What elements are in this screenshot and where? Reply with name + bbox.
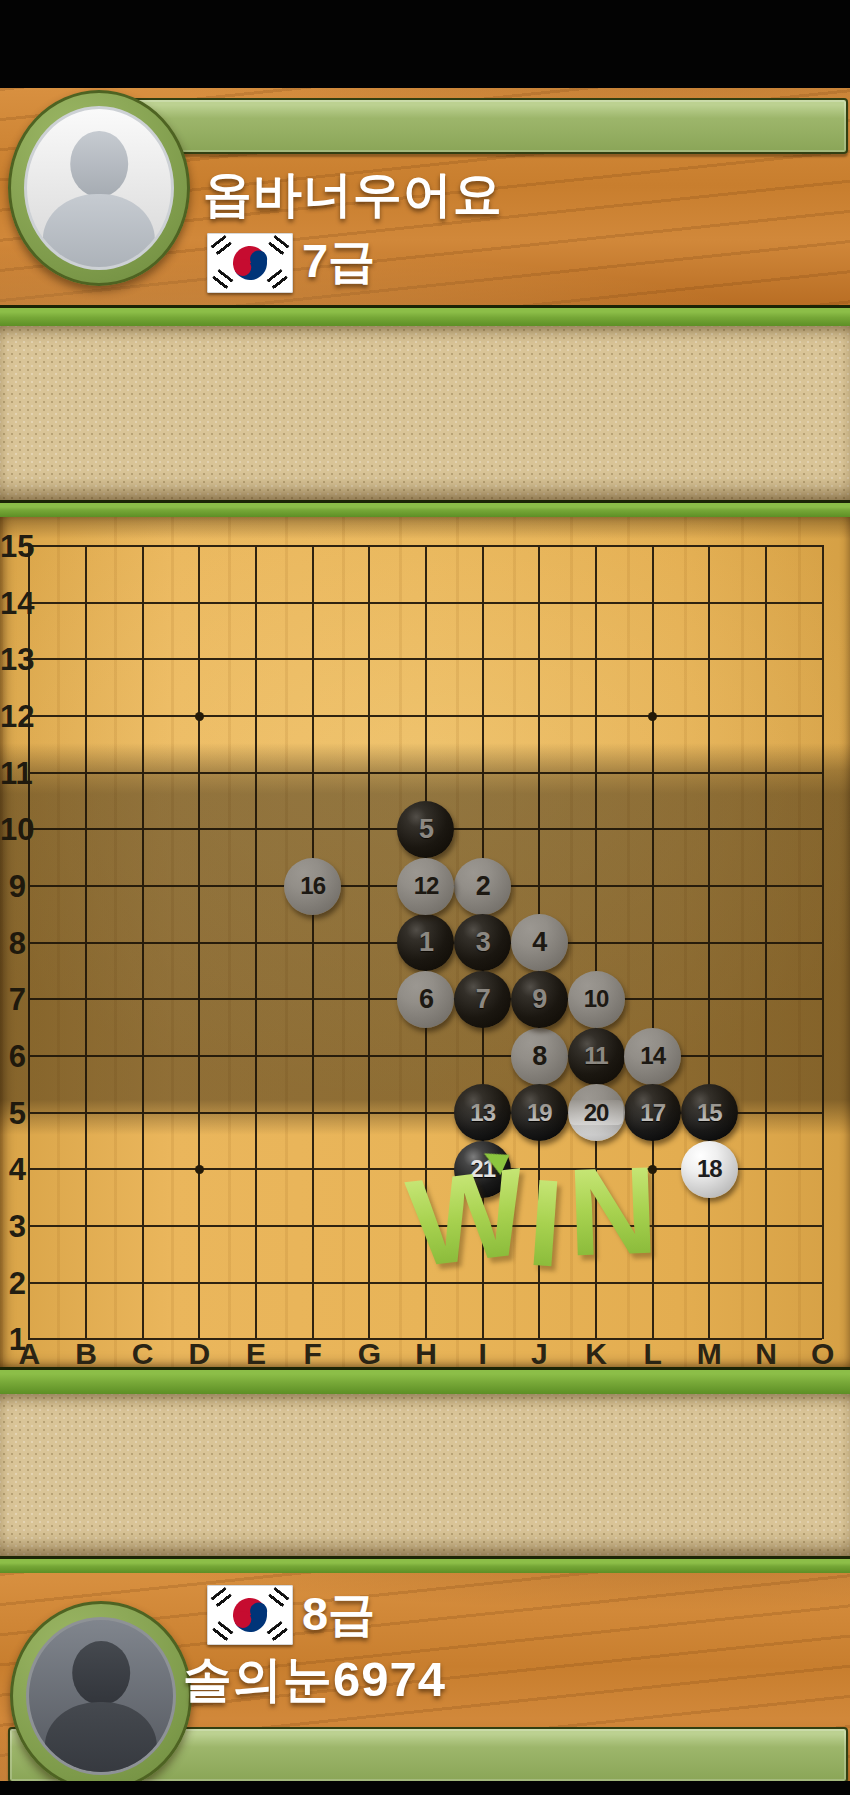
row-label: 3	[0, 1211, 26, 1242]
player-name: 솔의눈6974	[183, 1647, 446, 1713]
trigram-icon	[211, 1587, 234, 1609]
person-silhouette-icon	[72, 1641, 130, 1705]
win-banner: WIN	[408, 1149, 661, 1273]
green-divider	[0, 305, 850, 326]
column-label: L	[638, 1339, 668, 1369]
column-label: B	[71, 1339, 101, 1369]
stone-7-black-I7: 7	[454, 971, 511, 1028]
board-grid-line	[822, 545, 824, 1339]
south-korea-flag-icon	[207, 233, 293, 293]
star-point	[195, 1165, 204, 1174]
trigram-icon	[211, 1621, 234, 1643]
opponent-avatar[interactable]	[8, 90, 190, 286]
column-label: D	[184, 1339, 214, 1369]
board-grid-line	[28, 1055, 822, 1057]
row-label: 10	[0, 814, 26, 845]
stone-10-white-K7: 10	[568, 971, 625, 1028]
board-grid-line	[765, 545, 767, 1339]
opponent-rank: 7급	[302, 230, 375, 293]
board-grid-line	[708, 545, 710, 1339]
column-label: E	[241, 1339, 271, 1369]
board-grid-line	[28, 1338, 822, 1340]
top-black-bar	[0, 0, 850, 88]
row-label: 14	[0, 588, 26, 619]
stone-18-white-M4: 18	[681, 1141, 738, 1198]
trigram-icon	[267, 235, 290, 257]
win-letter: N	[565, 1147, 663, 1274]
stone-8-white-J6: 8	[511, 1028, 568, 1085]
fabric-background	[0, 1394, 850, 1556]
avatar-placeholder-image	[26, 1617, 176, 1775]
star-point	[648, 712, 657, 721]
win-letter: I	[524, 1160, 571, 1286]
south-korea-flag-icon	[207, 1585, 293, 1645]
row-label: 12	[0, 701, 26, 732]
column-label: G	[354, 1339, 384, 1369]
column-label: J	[524, 1339, 554, 1369]
opponent-banner	[96, 98, 848, 154]
trigram-icon	[267, 1621, 290, 1643]
column-label: M	[694, 1339, 724, 1369]
row-label: 2	[0, 1268, 26, 1299]
stone-3-black-I8: 3	[454, 914, 511, 971]
column-label: N	[751, 1339, 781, 1369]
column-label: O	[808, 1339, 838, 1369]
row-label: 7	[0, 984, 26, 1015]
row-label: 11	[0, 758, 26, 789]
stone-2-white-I9: 2	[454, 858, 511, 915]
green-divider	[0, 500, 850, 517]
column-label: C	[128, 1339, 158, 1369]
row-label: 5	[0, 1098, 26, 1129]
stone-14-white-L6: 14	[624, 1028, 681, 1085]
bottom-black-bar	[0, 1781, 850, 1795]
row-label: 1	[0, 1324, 26, 1355]
opponent-panel: 옵바너우어요 7급	[0, 88, 850, 308]
avatar-placeholder-image	[24, 106, 174, 270]
stone-19-black-J5: 19	[511, 1084, 568, 1141]
stone-15-black-M5: 15	[681, 1084, 738, 1141]
column-label: F	[298, 1339, 328, 1369]
stone-16-white-F9: 16	[284, 858, 341, 915]
omok-game-screen: 옵바너우어요 7급 WIN 15A14B13C12D11E10F9G8H7I6J…	[0, 0, 850, 1795]
row-label: 8	[0, 928, 26, 959]
person-silhouette-icon	[70, 131, 128, 197]
column-label: I	[468, 1339, 498, 1369]
win-letter: W	[402, 1148, 537, 1286]
stone-17-black-L5: 17	[624, 1084, 681, 1141]
row-label: 15	[0, 531, 26, 562]
stone-13-black-I5: 13	[454, 1084, 511, 1141]
stone-20-white-K5: 20	[568, 1084, 625, 1141]
omok-board[interactable]: WIN 15A14B13C12D11E10F9G8H7I6J5K4L3M2N1O…	[0, 517, 850, 1367]
trigram-icon	[267, 269, 290, 291]
trigram-icon	[211, 235, 234, 257]
row-label: 9	[0, 871, 26, 902]
star-point	[195, 712, 204, 721]
player-panel: 8급 솔의눈6974	[0, 1573, 850, 1781]
row-label: 13	[0, 644, 26, 675]
green-divider	[0, 1367, 850, 1394]
player-avatar[interactable]	[10, 1601, 192, 1791]
row-label: 6	[0, 1041, 26, 1072]
stone-6-white-H7: 6	[397, 971, 454, 1028]
column-label: K	[581, 1339, 611, 1369]
trigram-icon	[267, 1587, 290, 1609]
stone-9-black-J7: 9	[511, 971, 568, 1028]
fabric-background	[0, 326, 850, 500]
column-label: H	[411, 1339, 441, 1369]
stone-4-white-J8: 4	[511, 914, 568, 971]
row-label: 4	[0, 1154, 26, 1185]
person-silhouette-icon	[45, 1702, 157, 1775]
green-divider	[0, 1556, 850, 1573]
trigram-icon	[211, 269, 234, 291]
stone-5-black-H10: 5	[397, 801, 454, 858]
stone-12-white-H9: 12	[397, 858, 454, 915]
player-rank: 8급	[302, 1583, 375, 1646]
stone-11-black-K6: 11	[568, 1028, 625, 1085]
opponent-name: 옵바너우어요	[203, 162, 503, 228]
person-silhouette-icon	[43, 194, 155, 270]
stone-1-black-H8: 1	[397, 914, 454, 971]
